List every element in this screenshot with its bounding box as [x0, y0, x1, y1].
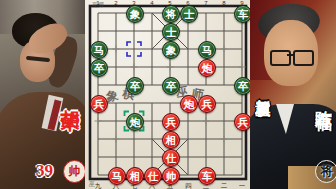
piece-b士: 士 [180, 5, 198, 23]
piece-b卒: 卒 [234, 77, 250, 95]
piece-b马: 马 [90, 41, 108, 59]
piece-b象: 象 [162, 41, 180, 59]
piece-r兵: 兵 [162, 113, 180, 131]
svg-text:九: 九 [95, 182, 102, 189]
piece-b卒: 卒 [126, 77, 144, 95]
piece-r仕: 仕 [162, 149, 180, 167]
piece-r马: 马 [108, 167, 126, 185]
piece-b象: 象 [126, 5, 144, 23]
piece-r仕: 仕 [144, 167, 162, 185]
left-player-name: 胡荣华 [57, 94, 83, 100]
piece-r兵: 兵 [90, 95, 108, 113]
piece-r帅: 帅 [162, 167, 180, 185]
xiangqi-board: 象棋巫师巫师巫1九2八3七4六5五6四7三8二9一 象将士车士马象马卒炮卒卒卒兵… [85, 0, 250, 189]
piece-b卒: 卒 [162, 77, 180, 95]
left-player-photo: 胡荣华 39 帅 [0, 0, 85, 189]
piece-r相: 相 [126, 167, 144, 185]
piece-b将: 将 [162, 5, 180, 23]
piece-b炮: 炮 [126, 113, 144, 131]
right-player-name: 陈有福 [312, 96, 335, 102]
black-general-seal: 将 [315, 160, 336, 183]
red-general-seal: 帅 [63, 160, 85, 183]
piece-b马: 马 [198, 41, 216, 59]
left-player-number: 39 [36, 161, 53, 181]
svg-text:四: 四 [185, 182, 192, 189]
piece-r车: 车 [198, 167, 216, 185]
piece-b卒: 卒 [90, 59, 108, 77]
right-player-glasses-icon [270, 50, 291, 66]
piece-r兵: 兵 [234, 113, 250, 131]
svg-text:一: 一 [239, 182, 246, 189]
piece-r兵: 兵 [198, 95, 216, 113]
piece-r炮: 炮 [198, 59, 216, 77]
right-player-glasses-icon [293, 50, 314, 66]
right-player-glasses-bridge [287, 54, 293, 56]
right-player-photo: 新加坡棋王 陈有福 将 [250, 0, 336, 189]
piece-b车: 车 [234, 5, 250, 23]
piece-b士: 士 [162, 23, 180, 41]
right-player-title: 新加坡棋王 [253, 87, 272, 92]
video-thumbnail: 胡荣华 39 帅 象棋巫师巫师巫1九2八3七4六5五6四7三8二9一 象将士车士… [0, 0, 336, 189]
piece-r炮: 炮 [180, 95, 198, 113]
piece-r相: 相 [162, 131, 180, 149]
svg-text:二: 二 [221, 182, 228, 189]
